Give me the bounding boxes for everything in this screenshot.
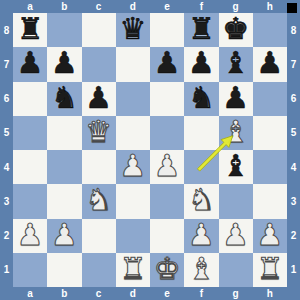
square-h3[interactable] <box>253 184 287 218</box>
rank-label: 2 <box>287 219 300 253</box>
square-d7[interactable] <box>116 47 150 81</box>
rank-label: 6 <box>0 82 13 116</box>
rank-label: 5 <box>0 116 13 150</box>
square-f7[interactable]: ♟ <box>184 47 218 81</box>
square-e5[interactable] <box>150 116 184 150</box>
square-d4[interactable]: ♟ <box>116 150 150 184</box>
square-c6[interactable]: ♟ <box>82 82 116 116</box>
square-h4[interactable] <box>253 150 287 184</box>
square-g3[interactable] <box>219 184 253 218</box>
white-pawn[interactable]: ♟ <box>154 151 181 181</box>
black-queen[interactable]: ♛ <box>119 14 146 44</box>
black-bishop[interactable]: ♝ <box>222 151 249 181</box>
rank-label: 2 <box>0 219 13 253</box>
square-f4[interactable] <box>184 150 218 184</box>
square-d5[interactable] <box>116 116 150 150</box>
square-g6[interactable]: ♟ <box>219 82 253 116</box>
square-e7[interactable]: ♟ <box>150 47 184 81</box>
square-h5[interactable] <box>253 116 287 150</box>
square-a2[interactable]: ♟ <box>13 219 47 253</box>
square-g8[interactable]: ♚ <box>219 13 253 47</box>
black-knight[interactable]: ♞ <box>51 83 78 113</box>
black-knight[interactable]: ♞ <box>188 83 215 113</box>
square-d8[interactable]: ♛ <box>116 13 150 47</box>
square-e4[interactable]: ♟ <box>150 150 184 184</box>
rank-label: 1 <box>287 253 300 287</box>
square-h6[interactable] <box>253 82 287 116</box>
black-pawn[interactable]: ♟ <box>17 48 44 78</box>
rank-label: 7 <box>287 47 300 81</box>
rank-label: 1 <box>0 253 13 287</box>
square-b2[interactable]: ♟ <box>47 219 81 253</box>
file-label: d <box>116 0 150 13</box>
rank-labels-left: 87654321 <box>0 13 13 287</box>
file-labels-top: abcdefgh <box>13 0 287 13</box>
square-g7[interactable]: ♝ <box>219 47 253 81</box>
white-knight[interactable]: ♞ <box>188 185 215 215</box>
file-label: h <box>253 287 287 300</box>
file-label: g <box>219 0 253 13</box>
square-f2[interactable]: ♟ <box>184 219 218 253</box>
square-b7[interactable]: ♟ <box>47 47 81 81</box>
file-label: e <box>150 287 184 300</box>
black-pawn[interactable]: ♟ <box>256 48 283 78</box>
square-a5[interactable] <box>13 116 47 150</box>
square-b5[interactable] <box>47 116 81 150</box>
rank-label: 7 <box>0 47 13 81</box>
square-e3[interactable] <box>150 184 184 218</box>
file-label: b <box>47 287 81 300</box>
white-rook[interactable]: ♜ <box>256 254 283 284</box>
square-a6[interactable] <box>13 82 47 116</box>
rank-label: 3 <box>0 184 13 218</box>
square-b1[interactable] <box>47 253 81 287</box>
rank-label: 6 <box>287 82 300 116</box>
black-rook[interactable]: ♜ <box>17 14 44 44</box>
black-pawn[interactable]: ♟ <box>222 83 249 113</box>
square-f1[interactable]: ♝ <box>184 253 218 287</box>
black-pawn[interactable]: ♟ <box>51 48 78 78</box>
black-king[interactable]: ♚ <box>222 14 249 44</box>
square-c3[interactable]: ♞ <box>82 184 116 218</box>
file-label: g <box>219 287 253 300</box>
file-label: b <box>47 0 81 13</box>
rank-label: 8 <box>0 13 13 47</box>
file-label: c <box>82 0 116 13</box>
square-h1[interactable]: ♜ <box>253 253 287 287</box>
square-f5[interactable] <box>184 116 218 150</box>
white-bishop[interactable]: ♝ <box>222 117 249 147</box>
square-g4[interactable]: ♝ <box>219 150 253 184</box>
black-to-move-indicator <box>287 3 297 13</box>
file-label: h <box>253 0 287 13</box>
square-c5[interactable]: ♛ <box>82 116 116 150</box>
rank-label: 5 <box>287 116 300 150</box>
square-h7[interactable]: ♟ <box>253 47 287 81</box>
square-a3[interactable] <box>13 184 47 218</box>
chess-board-frame: abcdefgh abcdefgh 87654321 87654321 ♜♛♜♚… <box>0 0 300 300</box>
square-f6[interactable]: ♞ <box>184 82 218 116</box>
square-c1[interactable] <box>82 253 116 287</box>
square-h2[interactable]: ♟ <box>253 219 287 253</box>
square-e8[interactable] <box>150 13 184 47</box>
black-pawn[interactable]: ♟ <box>188 48 215 78</box>
white-bishop[interactable]: ♝ <box>188 254 215 284</box>
file-labels-bottom: abcdefgh <box>13 287 287 300</box>
square-g2[interactable]: ♟ <box>219 219 253 253</box>
square-c7[interactable] <box>82 47 116 81</box>
square-c8[interactable] <box>82 13 116 47</box>
white-pawn[interactable]: ♟ <box>119 151 146 181</box>
square-c2[interactable] <box>82 219 116 253</box>
square-c4[interactable] <box>82 150 116 184</box>
file-label: d <box>116 287 150 300</box>
square-f8[interactable]: ♜ <box>184 13 218 47</box>
file-label: a <box>13 0 47 13</box>
rank-label: 4 <box>0 150 13 184</box>
square-f3[interactable]: ♞ <box>184 184 218 218</box>
square-b8[interactable] <box>47 13 81 47</box>
file-label: a <box>13 287 47 300</box>
black-bishop[interactable]: ♝ <box>222 48 249 78</box>
square-d6[interactable] <box>116 82 150 116</box>
black-pawn[interactable]: ♟ <box>154 48 181 78</box>
rank-label: 4 <box>287 150 300 184</box>
file-label: f <box>184 0 218 13</box>
square-a4[interactable] <box>13 150 47 184</box>
white-pawn[interactable]: ♟ <box>222 220 249 250</box>
white-rook[interactable]: ♜ <box>119 254 146 284</box>
square-a7[interactable]: ♟ <box>13 47 47 81</box>
rank-label: 3 <box>287 184 300 218</box>
white-knight[interactable]: ♞ <box>85 185 112 215</box>
file-label: c <box>82 287 116 300</box>
square-h8[interactable] <box>253 13 287 47</box>
square-b6[interactable]: ♞ <box>47 82 81 116</box>
square-g1[interactable] <box>219 253 253 287</box>
white-pawn[interactable]: ♟ <box>51 220 78 250</box>
white-pawn[interactable]: ♟ <box>17 220 44 250</box>
square-a8[interactable]: ♜ <box>13 13 47 47</box>
rank-label: 8 <box>287 13 300 47</box>
white-pawn[interactable]: ♟ <box>188 220 215 250</box>
square-e1[interactable]: ♚ <box>150 253 184 287</box>
file-label: e <box>150 0 184 13</box>
square-b3[interactable] <box>47 184 81 218</box>
chess-board: ♜♛♜♚♟♟♟♟♝♟♞♟♞♟♛♝♟♟♝♞♞♟♟♟♟♟♜♚♝♜ <box>13 13 287 287</box>
square-d3[interactable] <box>116 184 150 218</box>
rank-labels-right: 87654321 <box>287 13 300 287</box>
white-queen[interactable]: ♛ <box>85 117 112 147</box>
square-e2[interactable] <box>150 219 184 253</box>
white-pawn[interactable]: ♟ <box>256 220 283 250</box>
square-e6[interactable] <box>150 82 184 116</box>
square-d2[interactable] <box>116 219 150 253</box>
black-rook[interactable]: ♜ <box>188 14 215 44</box>
black-pawn[interactable]: ♟ <box>85 83 112 113</box>
square-a1[interactable] <box>13 253 47 287</box>
square-g5[interactable]: ♝ <box>219 116 253 150</box>
white-king[interactable]: ♚ <box>154 254 181 284</box>
file-label: f <box>184 287 218 300</box>
square-d1[interactable]: ♜ <box>116 253 150 287</box>
square-b4[interactable] <box>47 150 81 184</box>
